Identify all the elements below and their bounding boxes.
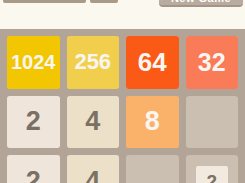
- cell: 2: [7, 155, 60, 183]
- tile-32: 32: [186, 36, 239, 89]
- empty-cell: [126, 155, 179, 183]
- cell: 8: [126, 96, 179, 149]
- cell: 256: [67, 36, 120, 89]
- cell: 32: [186, 36, 239, 89]
- cell: 2: [7, 96, 60, 149]
- best-box-cutoff: [90, 0, 118, 3]
- tile-2: 2: [7, 155, 60, 183]
- tile-4: 4: [67, 155, 120, 183]
- tile-8: 8: [126, 96, 179, 149]
- tile-1024: 1024: [7, 36, 60, 89]
- score-box-cutoff: [3, 0, 86, 3]
- cell: 4: [67, 96, 120, 149]
- new-game-button[interactable]: New Game: [159, 0, 243, 7]
- empty-cell: 2: [186, 155, 239, 183]
- tile-new-2: 2: [196, 166, 228, 183]
- board-2048[interactable]: 1024 256 64 32 2 4 8 2 4 2: [0, 29, 245, 183]
- tile-4: 4: [67, 96, 120, 149]
- game-2048-screen: New Game 1024 256 64 32 2 4 8 2 4: [0, 0, 245, 183]
- tile-64: 64: [126, 36, 179, 89]
- empty-cell: [186, 96, 239, 149]
- cell: 64: [126, 36, 179, 89]
- tile-256: 256: [67, 36, 120, 89]
- cell: 4: [67, 155, 120, 183]
- tile-2: 2: [7, 96, 60, 149]
- cell: 1024: [7, 36, 60, 89]
